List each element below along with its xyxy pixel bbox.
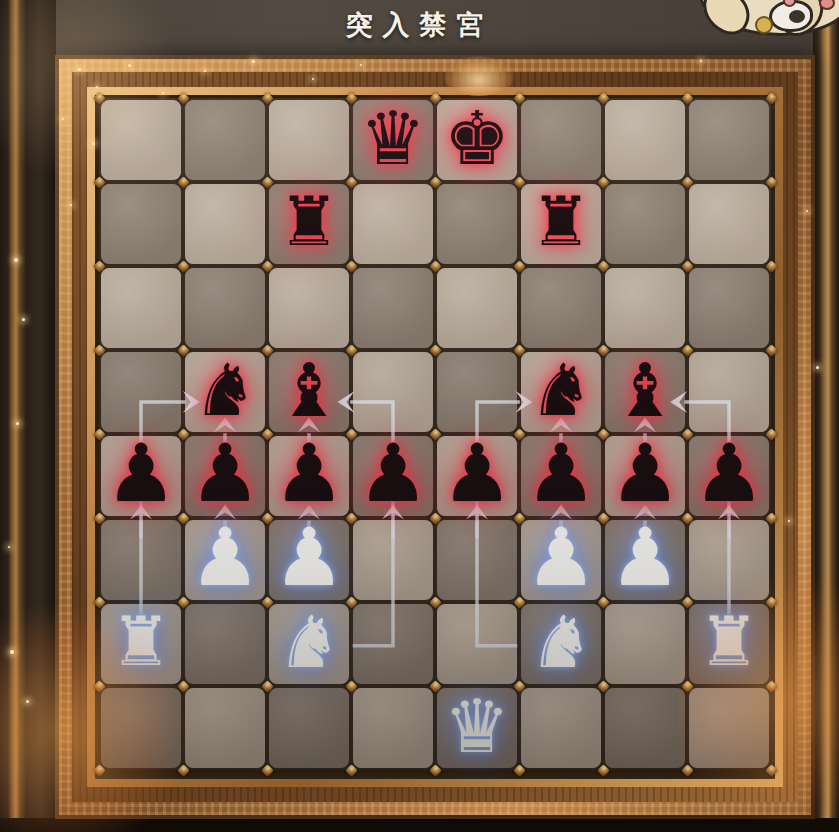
black-pawn-b4[interactable]: ♟	[183, 434, 267, 518]
square-a1[interactable]	[99, 686, 183, 770]
knight-icon: ♞	[277, 606, 342, 678]
white-knight-f2[interactable]: ♞	[519, 602, 603, 686]
black-bishop-g5[interactable]: ♝	[603, 350, 687, 434]
pawn-icon: ♟	[609, 518, 681, 598]
square-c6[interactable]	[267, 266, 351, 350]
square-h1[interactable]	[687, 686, 771, 770]
square-c1[interactable]	[267, 686, 351, 770]
game-screen: ♛♚♜♜♞♝♞♝♟♟♟♟♟♟♟♟♟♟♟♟♜♞♞♜♛ 突入禁宮	[0, 0, 839, 832]
black-pawn-g4[interactable]: ♟	[603, 434, 687, 518]
rook-icon: ♜	[111, 608, 172, 676]
pawn-icon: ♟	[189, 434, 261, 514]
square-d6[interactable]	[351, 266, 435, 350]
square-a6[interactable]	[99, 266, 183, 350]
white-pawn-c3[interactable]: ♟	[267, 518, 351, 602]
pawn-icon: ♟	[525, 518, 597, 598]
white-pawn-f3[interactable]: ♟	[519, 518, 603, 602]
bishop-icon: ♝	[276, 353, 342, 427]
square-f8[interactable]	[519, 98, 603, 182]
square-d5[interactable]	[351, 350, 435, 434]
black-rook-c7[interactable]: ♜	[267, 182, 351, 266]
square-e6[interactable]	[435, 266, 519, 350]
square-e3[interactable]	[435, 518, 519, 602]
square-e5[interactable]	[435, 350, 519, 434]
square-b6[interactable]	[183, 266, 267, 350]
rook-icon: ♜	[699, 608, 760, 676]
pawn-icon: ♟	[525, 434, 597, 514]
white-queen-e1[interactable]: ♛	[435, 686, 519, 770]
left-wall-pilaster	[0, 0, 56, 832]
pawn-icon: ♟	[441, 434, 513, 514]
pawn-icon: ♟	[273, 434, 345, 514]
character-avatar[interactable]	[697, 0, 839, 40]
square-b1[interactable]	[183, 686, 267, 770]
avatar-companion-spot	[789, 10, 805, 23]
square-d2[interactable]	[351, 602, 435, 686]
square-b8[interactable]	[183, 98, 267, 182]
white-pawn-g3[interactable]: ♟	[603, 518, 687, 602]
square-a8[interactable]	[99, 98, 183, 182]
black-pawn-c4[interactable]: ♟	[267, 434, 351, 518]
pawn-icon: ♟	[693, 434, 765, 514]
square-h5[interactable]	[687, 350, 771, 434]
square-c8[interactable]	[267, 98, 351, 182]
square-h3[interactable]	[687, 518, 771, 602]
black-pawn-a4[interactable]: ♟	[99, 434, 183, 518]
square-h6[interactable]	[687, 266, 771, 350]
pawn-icon: ♟	[609, 434, 681, 514]
square-a3[interactable]	[99, 518, 183, 602]
black-knight-f5[interactable]: ♞	[519, 350, 603, 434]
square-f6[interactable]	[519, 266, 603, 350]
knight-icon: ♞	[529, 354, 594, 426]
white-rook-a2[interactable]: ♜	[99, 602, 183, 686]
square-d7[interactable]	[351, 182, 435, 266]
square-g1[interactable]	[603, 686, 687, 770]
black-pawn-e4[interactable]: ♟	[435, 434, 519, 518]
pawn-icon: ♟	[105, 434, 177, 514]
square-h8[interactable]	[687, 98, 771, 182]
square-g6[interactable]	[603, 266, 687, 350]
square-d1[interactable]	[351, 686, 435, 770]
black-bishop-c5[interactable]: ♝	[267, 350, 351, 434]
pawn-icon: ♟	[189, 518, 261, 598]
black-pawn-f4[interactable]: ♟	[519, 434, 603, 518]
queen-icon: ♛	[444, 689, 510, 763]
square-d3[interactable]	[351, 518, 435, 602]
avatar-gold-ornament	[755, 16, 773, 34]
square-e2[interactable]	[435, 602, 519, 686]
black-pawn-h4[interactable]: ♟	[687, 434, 771, 518]
square-b2[interactable]	[183, 602, 267, 686]
rook-icon: ♜	[279, 188, 340, 256]
knight-icon: ♞	[529, 606, 594, 678]
white-rook-h2[interactable]: ♜	[687, 602, 771, 686]
black-queen-d8[interactable]: ♛	[351, 98, 435, 182]
square-g7[interactable]	[603, 182, 687, 266]
black-rook-f7[interactable]: ♜	[519, 182, 603, 266]
knight-icon: ♞	[193, 354, 258, 426]
square-h7[interactable]	[687, 182, 771, 266]
square-f1[interactable]	[519, 686, 603, 770]
square-g8[interactable]	[603, 98, 687, 182]
bishop-icon: ♝	[612, 353, 678, 427]
chess-board: ♛♚♜♜♞♝♞♝♟♟♟♟♟♟♟♟♟♟♟♟♜♞♞♜♛	[99, 98, 771, 770]
queen-icon: ♛	[360, 101, 426, 175]
square-b7[interactable]	[183, 182, 267, 266]
pawn-icon: ♟	[273, 518, 345, 598]
right-wall-pilaster	[813, 0, 839, 832]
black-knight-b5[interactable]: ♞	[183, 350, 267, 434]
black-pawn-d4[interactable]: ♟	[351, 434, 435, 518]
square-a5[interactable]	[99, 350, 183, 434]
square-g2[interactable]	[603, 602, 687, 686]
black-king-e8[interactable]: ♚	[435, 98, 519, 182]
pawn-icon: ♟	[357, 434, 429, 514]
white-pawn-b3[interactable]: ♟	[183, 518, 267, 602]
king-icon: ♚	[444, 101, 510, 175]
floor-strip	[0, 818, 839, 832]
rook-icon: ♜	[531, 188, 592, 256]
white-knight-c2[interactable]: ♞	[267, 602, 351, 686]
square-e7[interactable]	[435, 182, 519, 266]
square-a7[interactable]	[99, 182, 183, 266]
